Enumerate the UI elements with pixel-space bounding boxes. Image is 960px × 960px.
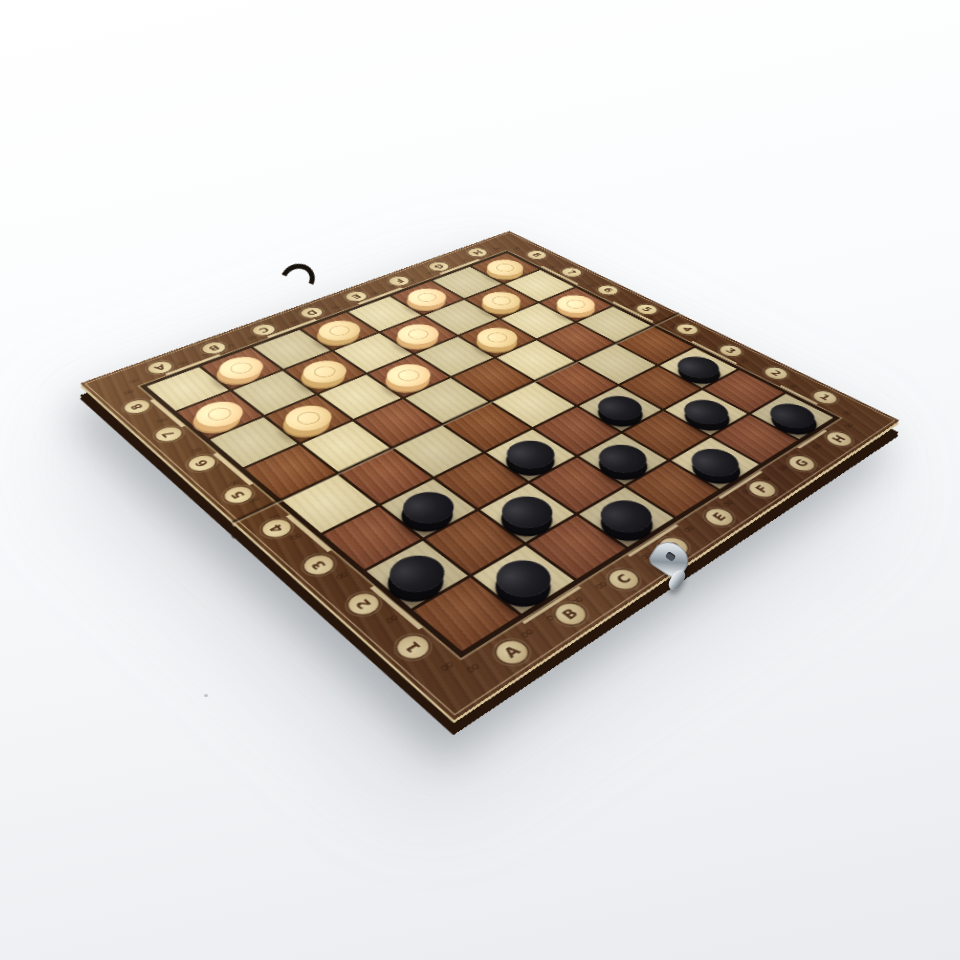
- coord-label-near-f: F: [744, 478, 780, 500]
- board-grid: [142, 252, 837, 656]
- board-scene: ∞ ∞ ∞ ∞ ∞ ∞ ∞ ∞ ∞ ∞ ∞ ∞ ∞ ∞ ∞ ∞ ∞ ∞ ∞ ∞ …: [0, 0, 960, 960]
- coord-label-far-b: B: [198, 340, 229, 355]
- perspective-scene: ∞ ∞ ∞ ∞ ∞ ∞ ∞ ∞ ∞ ∞ ∞ ∞ ∞ ∞ ∞ ∞ ∞ ∞ ∞ ∞ …: [0, 0, 960, 960]
- photo-backdrop: ∞ ∞ ∞ ∞ ∞ ∞ ∞ ∞ ∞ ∞ ∞ ∞ ∞ ∞ ∞ ∞ ∞ ∞ ∞ ∞ …: [0, 0, 960, 960]
- black-piece-b1[interactable]: [485, 553, 562, 605]
- coord-label-far-a: A: [144, 359, 176, 375]
- coord-label-left-1: 1: [391, 632, 434, 663]
- dust-speck: [204, 694, 208, 697]
- coord-label-left-8: 8: [120, 398, 153, 416]
- coord-label-far-c: C: [249, 322, 279, 337]
- coord-label-right-7: 7: [558, 266, 585, 278]
- coord-label-far-f: F: [385, 275, 412, 287]
- coord-label-far-d: D: [297, 306, 326, 320]
- coord-label-right-5: 5: [632, 303, 660, 316]
- metal-clasp: [644, 541, 718, 607]
- coord-label-right-6: 6: [594, 284, 621, 297]
- coord-label-near-e: E: [700, 505, 737, 528]
- coord-label-right-4: 4: [673, 322, 702, 336]
- coord-label-near-h: H: [822, 429, 855, 448]
- coord-label-near-a: A: [490, 636, 533, 667]
- coord-label-near-b: B: [549, 599, 591, 628]
- coord-label-right-8: 8: [524, 250, 550, 261]
- coord-label-near-g: G: [784, 453, 819, 473]
- coord-label-left-5: 5: [219, 484, 256, 507]
- coord-label-far-g: G: [425, 260, 452, 272]
- coord-label-right-1: 1: [809, 389, 841, 406]
- coord-label-near-c: C: [603, 566, 643, 593]
- coord-label-left-7: 7: [151, 425, 186, 445]
- checkers-board: ∞ ∞ ∞ ∞ ∞ ∞ ∞ ∞ ∞ ∞ ∞ ∞ ∞ ∞ ∞ ∞ ∞ ∞ ∞ ∞ …: [80, 231, 899, 720]
- coord-label-right-3: 3: [715, 343, 745, 358]
- coord-label-left-4: 4: [257, 517, 295, 541]
- coord-label-left-6: 6: [184, 453, 220, 474]
- coord-label-far-e: E: [342, 290, 370, 303]
- coord-label-left-3: 3: [298, 552, 338, 578]
- coord-label-right-2: 2: [761, 365, 792, 381]
- coord-label-far-h: H: [464, 247, 490, 258]
- coord-label-left-2: 2: [342, 590, 384, 619]
